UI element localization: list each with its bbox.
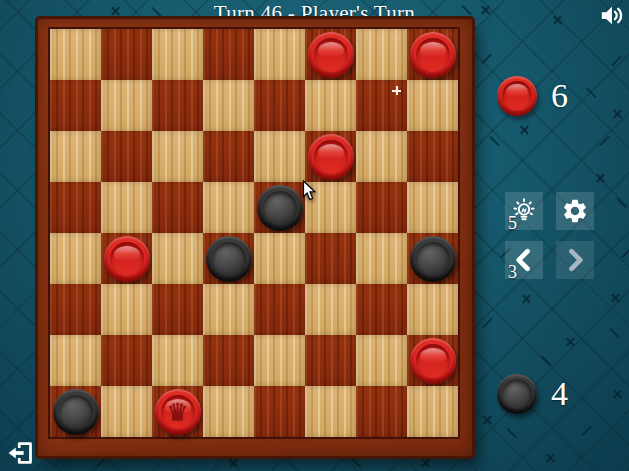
board-square[interactable] bbox=[50, 284, 101, 335]
undo-count-badge: 3 bbox=[508, 262, 517, 283]
background-dash bbox=[489, 136, 500, 147]
board-square[interactable] bbox=[203, 182, 254, 233]
board-square[interactable] bbox=[356, 284, 407, 335]
black-tray-piece bbox=[497, 374, 537, 414]
board-square[interactable] bbox=[50, 29, 101, 80]
hint-button[interactable]: 5 bbox=[505, 192, 543, 230]
exit-button[interactable] bbox=[5, 438, 36, 468]
board-square[interactable] bbox=[101, 284, 152, 335]
board-square[interactable] bbox=[407, 386, 458, 437]
board-square[interactable] bbox=[305, 284, 356, 335]
background-dash bbox=[541, 356, 552, 367]
background-x-mark bbox=[228, 457, 239, 468]
black-piece[interactable] bbox=[410, 236, 456, 282]
board-square[interactable] bbox=[254, 182, 305, 233]
red-piece[interactable] bbox=[410, 338, 456, 384]
king-crown-icon: ♛ bbox=[155, 389, 201, 435]
board-square[interactable]: ♛ bbox=[152, 386, 203, 437]
board-square[interactable] bbox=[101, 233, 152, 284]
board-square[interactable] bbox=[356, 182, 407, 233]
board-square[interactable] bbox=[203, 386, 254, 437]
black-piece[interactable] bbox=[206, 236, 252, 282]
board-square[interactable] bbox=[407, 284, 458, 335]
exit-icon bbox=[5, 438, 36, 468]
board-square[interactable] bbox=[203, 233, 254, 284]
checkers-game-screen: Turn 46 - Player's Turn ♛ 6 4 bbox=[0, 0, 629, 471]
board-square[interactable] bbox=[152, 80, 203, 131]
board-square[interactable] bbox=[254, 386, 305, 437]
board-square[interactable] bbox=[254, 233, 305, 284]
board-square[interactable] bbox=[50, 182, 101, 233]
board-square[interactable] bbox=[203, 131, 254, 182]
background-dash bbox=[616, 198, 627, 209]
background-dash bbox=[581, 426, 592, 437]
background-dash bbox=[482, 318, 493, 329]
black-piece[interactable] bbox=[53, 389, 99, 435]
red-piece[interactable] bbox=[308, 32, 354, 78]
red-king-piece[interactable]: ♛ bbox=[155, 389, 201, 435]
redo-button[interactable] bbox=[556, 241, 594, 279]
background-x-mark bbox=[612, 388, 623, 399]
touch-point-marker bbox=[392, 86, 401, 95]
board-square[interactable] bbox=[50, 335, 101, 386]
black-captured-tray: 4 bbox=[497, 374, 568, 414]
background-x-mark bbox=[612, 108, 623, 119]
black-count: 4 bbox=[551, 375, 568, 413]
board-square[interactable] bbox=[152, 29, 203, 80]
chevron-right-icon bbox=[561, 246, 589, 274]
board-square[interactable] bbox=[101, 131, 152, 182]
board-square[interactable] bbox=[50, 80, 101, 131]
background-dash bbox=[609, 328, 620, 339]
board-square[interactable] bbox=[305, 29, 356, 80]
background-dash bbox=[481, 54, 492, 65]
background-x-mark bbox=[595, 172, 606, 183]
background-dash bbox=[351, 458, 362, 469]
background-dash bbox=[611, 56, 622, 67]
board-square[interactable] bbox=[101, 182, 152, 233]
background-dash bbox=[621, 248, 629, 259]
board-square[interactable] bbox=[407, 182, 458, 233]
board-square[interactable] bbox=[254, 131, 305, 182]
board-square[interactable] bbox=[152, 335, 203, 386]
board-square[interactable] bbox=[101, 386, 152, 437]
board-square[interactable] bbox=[50, 386, 101, 437]
board-square[interactable] bbox=[50, 233, 101, 284]
undo-button[interactable]: 3 bbox=[505, 241, 543, 279]
board-square[interactable] bbox=[101, 335, 152, 386]
mouse-cursor bbox=[302, 180, 317, 202]
background-x-mark bbox=[545, 452, 556, 463]
board-square[interactable] bbox=[101, 29, 152, 80]
board-square[interactable] bbox=[50, 131, 101, 182]
board-square[interactable] bbox=[407, 29, 458, 80]
board-square[interactable] bbox=[152, 131, 203, 182]
background-dash bbox=[506, 428, 517, 439]
board-square[interactable] bbox=[407, 80, 458, 131]
red-piece[interactable] bbox=[104, 236, 150, 282]
red-piece[interactable] bbox=[308, 134, 354, 180]
board-square[interactable] bbox=[203, 29, 254, 80]
board-square[interactable] bbox=[152, 284, 203, 335]
board-frame: ♛ bbox=[38, 19, 472, 456]
board-square[interactable] bbox=[203, 284, 254, 335]
board-square[interactable] bbox=[305, 131, 356, 182]
background-x-mark bbox=[482, 414, 493, 425]
background-x-mark bbox=[521, 293, 532, 304]
red-piece[interactable] bbox=[410, 32, 456, 78]
red-captured-tray: 6 bbox=[497, 76, 568, 116]
background-x-mark bbox=[565, 336, 576, 347]
red-tray-piece bbox=[497, 76, 537, 116]
gear-icon bbox=[561, 197, 589, 225]
background-x-mark bbox=[610, 292, 621, 303]
board-square[interactable] bbox=[254, 335, 305, 386]
settings-button[interactable] bbox=[556, 192, 594, 230]
board-square[interactable] bbox=[305, 80, 356, 131]
board-square[interactable] bbox=[407, 335, 458, 386]
background-x-mark bbox=[519, 124, 530, 135]
board-square[interactable] bbox=[305, 335, 356, 386]
board-square[interactable] bbox=[305, 386, 356, 437]
background-dash bbox=[599, 136, 610, 147]
black-piece[interactable] bbox=[257, 185, 303, 231]
speaker-on-icon bbox=[599, 2, 626, 29]
board-square[interactable] bbox=[356, 335, 407, 386]
board-square[interactable] bbox=[203, 335, 254, 386]
board-square[interactable] bbox=[254, 284, 305, 335]
board-square[interactable] bbox=[356, 233, 407, 284]
board-square[interactable] bbox=[152, 182, 203, 233]
sound-button[interactable] bbox=[599, 2, 626, 29]
board-square[interactable] bbox=[203, 80, 254, 131]
background-dash bbox=[96, 457, 107, 468]
hint-count-badge: 5 bbox=[508, 213, 517, 234]
board-square[interactable] bbox=[254, 80, 305, 131]
board-square[interactable] bbox=[254, 29, 305, 80]
board-square[interactable] bbox=[407, 131, 458, 182]
board-square[interactable] bbox=[101, 80, 152, 131]
board-square[interactable] bbox=[356, 131, 407, 182]
board-square[interactable] bbox=[356, 29, 407, 80]
background-x-mark bbox=[420, 457, 431, 468]
board-square[interactable] bbox=[305, 233, 356, 284]
board-square[interactable] bbox=[407, 233, 458, 284]
board-square[interactable] bbox=[356, 386, 407, 437]
red-count: 6 bbox=[551, 77, 568, 115]
background-dash bbox=[586, 88, 597, 99]
board-square[interactable] bbox=[152, 233, 203, 284]
